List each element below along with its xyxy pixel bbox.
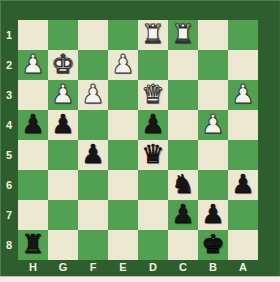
square-a5[interactable] [228, 140, 258, 170]
white-pawn-e2: ♟ [108, 50, 138, 80]
rank-label-3: 3 [0, 80, 18, 110]
white-queen-d3: ♛ [138, 80, 168, 110]
square-h4[interactable]: ♟ [18, 110, 48, 140]
square-c5[interactable] [168, 140, 198, 170]
square-h1[interactable] [18, 20, 48, 50]
square-e1[interactable] [108, 20, 138, 50]
square-c3[interactable] [168, 80, 198, 110]
square-f3[interactable]: ♟ [78, 80, 108, 110]
square-c6[interactable]: ♞ [168, 170, 198, 200]
black-pawn-c7: ♟ [168, 200, 198, 230]
square-h3[interactable] [18, 80, 48, 110]
square-b4[interactable]: ♟ [198, 110, 228, 140]
square-e5[interactable] [108, 140, 138, 170]
square-d2[interactable] [138, 50, 168, 80]
square-f7[interactable] [78, 200, 108, 230]
chess-diagram: 12345678 ♜♜♟♚♟♟♟♛♟♟♟♟♟♟♛♞♟♟♟♜♚ HGFEDCBA [0, 0, 280, 282]
black-pawn-a6: ♟ [228, 170, 258, 200]
square-g5[interactable] [48, 140, 78, 170]
square-g4[interactable]: ♟ [48, 110, 78, 140]
square-e2[interactable]: ♟ [108, 50, 138, 80]
file-label-e: E [108, 259, 138, 275]
rank-label-5: 5 [0, 140, 18, 170]
white-pawn-g3: ♟ [48, 80, 78, 110]
square-a4[interactable] [228, 110, 258, 140]
black-queen-d5: ♛ [138, 140, 168, 170]
square-a8[interactable] [228, 230, 258, 260]
square-h5[interactable] [18, 140, 48, 170]
file-label-b: B [198, 259, 228, 275]
square-b2[interactable] [198, 50, 228, 80]
square-b5[interactable] [198, 140, 228, 170]
square-d8[interactable] [138, 230, 168, 260]
white-king-g2: ♚ [48, 50, 78, 80]
rank-label-8: 8 [0, 230, 18, 260]
square-a6[interactable]: ♟ [228, 170, 258, 200]
white-pawn-f3: ♟ [78, 80, 108, 110]
square-g7[interactable] [48, 200, 78, 230]
square-e6[interactable] [108, 170, 138, 200]
rank-label-6: 6 [0, 170, 18, 200]
square-b8[interactable]: ♚ [198, 230, 228, 260]
square-d4[interactable]: ♟ [138, 110, 168, 140]
square-b3[interactable] [198, 80, 228, 110]
page-background-strip [0, 276, 280, 282]
square-f8[interactable] [78, 230, 108, 260]
square-h6[interactable] [18, 170, 48, 200]
square-a2[interactable] [228, 50, 258, 80]
chess-board: ♜♜♟♚♟♟♟♛♟♟♟♟♟♟♛♞♟♟♟♜♚ [18, 20, 258, 260]
black-pawn-h4: ♟ [18, 110, 48, 140]
square-f5[interactable]: ♟ [78, 140, 108, 170]
rank-label-4: 4 [0, 110, 18, 140]
square-c2[interactable] [168, 50, 198, 80]
square-e3[interactable] [108, 80, 138, 110]
square-d1[interactable]: ♜ [138, 20, 168, 50]
square-e8[interactable] [108, 230, 138, 260]
square-d3[interactable]: ♛ [138, 80, 168, 110]
black-pawn-f5: ♟ [78, 140, 108, 170]
square-a7[interactable] [228, 200, 258, 230]
black-knight-c6: ♞ [168, 170, 198, 200]
white-rook-c1: ♜ [168, 20, 198, 50]
square-g3[interactable]: ♟ [48, 80, 78, 110]
square-b7[interactable]: ♟ [198, 200, 228, 230]
square-c8[interactable] [168, 230, 198, 260]
file-label-a: A [228, 259, 258, 275]
white-pawn-b4: ♟ [198, 110, 228, 140]
square-f2[interactable] [78, 50, 108, 80]
square-b1[interactable] [198, 20, 228, 50]
square-d7[interactable] [138, 200, 168, 230]
square-g6[interactable] [48, 170, 78, 200]
white-pawn-h2: ♟ [18, 50, 48, 80]
black-pawn-d4: ♟ [138, 110, 168, 140]
white-rook-d1: ♜ [138, 20, 168, 50]
square-d6[interactable] [138, 170, 168, 200]
file-label-h: H [18, 259, 48, 275]
square-a3[interactable]: ♟ [228, 80, 258, 110]
square-e7[interactable] [108, 200, 138, 230]
black-king-b8: ♚ [198, 230, 228, 260]
black-pawn-g4: ♟ [48, 110, 78, 140]
square-a1[interactable] [228, 20, 258, 50]
square-d5[interactable]: ♛ [138, 140, 168, 170]
square-f1[interactable] [78, 20, 108, 50]
square-h8[interactable]: ♜ [18, 230, 48, 260]
rank-labels: 12345678 [0, 20, 18, 260]
file-label-c: C [168, 259, 198, 275]
square-g1[interactable] [48, 20, 78, 50]
black-pawn-b7: ♟ [198, 200, 228, 230]
file-label-d: D [138, 259, 168, 275]
square-h2[interactable]: ♟ [18, 50, 48, 80]
square-h7[interactable] [18, 200, 48, 230]
square-c1[interactable]: ♜ [168, 20, 198, 50]
square-b6[interactable] [198, 170, 228, 200]
rank-label-1: 1 [0, 20, 18, 50]
square-f6[interactable] [78, 170, 108, 200]
white-pawn-a3: ♟ [228, 80, 258, 110]
square-g2[interactable]: ♚ [48, 50, 78, 80]
square-f4[interactable] [78, 110, 108, 140]
square-g8[interactable] [48, 230, 78, 260]
black-rook-h8: ♜ [18, 230, 48, 260]
file-labels: HGFEDCBA [18, 259, 258, 275]
square-c4[interactable] [168, 110, 198, 140]
square-c7[interactable]: ♟ [168, 200, 198, 230]
rank-label-2: 2 [0, 50, 18, 80]
file-label-g: G [48, 259, 78, 275]
rank-label-7: 7 [0, 200, 18, 230]
square-e4[interactable] [108, 110, 138, 140]
file-label-f: F [78, 259, 108, 275]
